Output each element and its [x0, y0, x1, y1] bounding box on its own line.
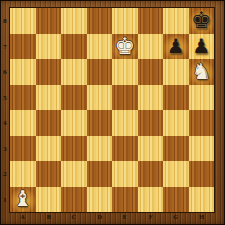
- chess-board: ♚♚♟♟♞♝: [10, 8, 214, 212]
- rank-label-2: 2: [2, 166, 8, 182]
- square-f1[interactable]: [138, 187, 164, 213]
- square-c3[interactable]: [61, 136, 87, 162]
- piece-black-king[interactable]: ♚: [191, 9, 212, 32]
- square-c6[interactable]: [61, 59, 87, 85]
- square-e8[interactable]: [112, 8, 138, 34]
- piece-white-bishop[interactable]: ♝: [13, 188, 33, 210]
- rank-label-4: 4: [2, 115, 8, 131]
- file-label-f: F: [142, 214, 158, 221]
- square-e6[interactable]: [112, 59, 138, 85]
- square-b4[interactable]: [36, 110, 62, 136]
- square-b3[interactable]: [36, 136, 62, 162]
- square-c7[interactable]: [61, 34, 87, 60]
- square-b1[interactable]: [36, 187, 62, 213]
- square-a7[interactable]: [10, 34, 36, 60]
- square-d8[interactable]: [87, 8, 113, 34]
- square-c1[interactable]: [61, 187, 87, 213]
- square-c2[interactable]: [61, 161, 87, 187]
- square-d3[interactable]: [87, 136, 113, 162]
- square-e3[interactable]: [112, 136, 138, 162]
- square-g4[interactable]: [163, 110, 189, 136]
- square-a6[interactable]: [10, 59, 36, 85]
- square-e1[interactable]: [112, 187, 138, 213]
- file-label-h: H: [193, 214, 209, 221]
- rank-label-5: 5: [2, 89, 8, 105]
- square-f2[interactable]: [138, 161, 164, 187]
- square-c4[interactable]: [61, 110, 87, 136]
- square-h8[interactable]: ♚: [189, 8, 215, 34]
- square-h1[interactable]: [189, 187, 215, 213]
- square-g2[interactable]: [163, 161, 189, 187]
- square-b5[interactable]: [36, 85, 62, 111]
- piece-white-knight[interactable]: ♞: [191, 61, 211, 83]
- square-d4[interactable]: [87, 110, 113, 136]
- file-label-a: A: [15, 214, 31, 221]
- square-f8[interactable]: [138, 8, 164, 34]
- rank-label-3: 3: [2, 140, 8, 156]
- square-h2[interactable]: [189, 161, 215, 187]
- square-e2[interactable]: [112, 161, 138, 187]
- square-a5[interactable]: [10, 85, 36, 111]
- square-h3[interactable]: [189, 136, 215, 162]
- file-label-c: C: [66, 214, 82, 221]
- chess-board-window: 87654321 ♚♚♟♟♞♝ ABCDEFGH: [0, 0, 225, 225]
- rank-labels-rail: 87654321: [0, 8, 10, 212]
- rank-label-7: 7: [2, 38, 8, 54]
- rank-label-8: 8: [2, 13, 8, 29]
- square-a4[interactable]: [10, 110, 36, 136]
- square-g1[interactable]: [163, 187, 189, 213]
- square-b2[interactable]: [36, 161, 62, 187]
- square-b8[interactable]: [36, 8, 62, 34]
- rank-label-6: 6: [2, 64, 8, 80]
- square-h5[interactable]: [189, 85, 215, 111]
- square-d2[interactable]: [87, 161, 113, 187]
- square-e7[interactable]: ♚: [112, 34, 138, 60]
- file-label-b: B: [40, 214, 56, 221]
- square-f5[interactable]: [138, 85, 164, 111]
- square-b6[interactable]: [36, 59, 62, 85]
- square-h7[interactable]: ♟: [189, 34, 215, 60]
- square-e4[interactable]: [112, 110, 138, 136]
- square-a1[interactable]: ♝: [10, 187, 36, 213]
- square-a2[interactable]: [10, 161, 36, 187]
- square-d7[interactable]: [87, 34, 113, 60]
- square-d5[interactable]: [87, 85, 113, 111]
- square-g8[interactable]: [163, 8, 189, 34]
- square-h4[interactable]: [189, 110, 215, 136]
- square-b7[interactable]: [36, 34, 62, 60]
- square-g7[interactable]: ♟: [163, 34, 189, 60]
- square-g6[interactable]: [163, 59, 189, 85]
- square-h6[interactable]: ♞: [189, 59, 215, 85]
- square-a8[interactable]: [10, 8, 36, 34]
- square-f4[interactable]: [138, 110, 164, 136]
- square-d6[interactable]: [87, 59, 113, 85]
- square-f3[interactable]: [138, 136, 164, 162]
- square-f6[interactable]: [138, 59, 164, 85]
- square-g5[interactable]: [163, 85, 189, 111]
- square-d1[interactable]: [87, 187, 113, 213]
- square-g3[interactable]: [163, 136, 189, 162]
- file-label-d: D: [91, 214, 107, 221]
- rank-label-1: 1: [2, 191, 8, 207]
- file-labels-rail: ABCDEFGH: [10, 212, 214, 224]
- file-label-e: E: [117, 214, 133, 221]
- file-label-g: G: [168, 214, 184, 221]
- square-a3[interactable]: [10, 136, 36, 162]
- square-c5[interactable]: [61, 85, 87, 111]
- piece-black-pawn[interactable]: ♟: [192, 36, 210, 56]
- piece-white-king[interactable]: ♚: [114, 35, 135, 58]
- square-f7[interactable]: [138, 34, 164, 60]
- piece-black-pawn[interactable]: ♟: [167, 36, 185, 56]
- square-c8[interactable]: [61, 8, 87, 34]
- square-e5[interactable]: [112, 85, 138, 111]
